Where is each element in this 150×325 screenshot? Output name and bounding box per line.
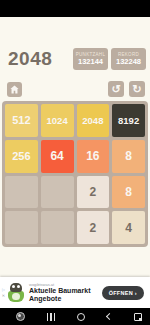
recents-icon[interactable]	[47, 313, 55, 321]
score-box: PUNKTZAHL 132144	[73, 48, 108, 70]
tile-4: 4	[112, 211, 145, 244]
ad-headline: Aktuelle Baumarkt Angebote	[29, 287, 93, 303]
board[interactable]: 512102420488192256641682824	[2, 101, 148, 247]
tile-256: 256	[5, 140, 38, 173]
tile-16: 16	[77, 140, 110, 173]
restart-button[interactable]: ↻	[129, 81, 145, 97]
ad-open-button[interactable]: ÖFFNEN ›	[102, 286, 144, 300]
screen: 2048 PUNKTZAHL 132144 REKORD 132248 ↺ ↻ …	[0, 0, 150, 325]
empty-cell	[41, 176, 74, 209]
ad-text-block: wogibtswas.at Aktuelle Baumarkt Angebote	[29, 282, 93, 303]
owl-eye	[17, 285, 20, 288]
toolbar: ↺ ↻	[7, 81, 145, 97]
owl-mascot-belly	[12, 293, 20, 300]
empty-cell	[5, 211, 38, 244]
status-bar	[0, 0, 150, 17]
tile-2: 2	[77, 211, 110, 244]
best-score-box: REKORD 132248	[111, 48, 146, 70]
best-score-value: 132248	[116, 57, 141, 66]
app-title: 2048	[8, 48, 52, 70]
owl-mascot-head	[10, 283, 22, 292]
undo-icon: ↺	[111, 81, 120, 97]
android-nav-bar	[0, 308, 150, 325]
ad-close-icon[interactable]: ✕	[2, 294, 5, 298]
score-value: 132144	[78, 57, 103, 66]
back-icon[interactable]	[106, 313, 113, 320]
owl-eye	[12, 285, 15, 288]
screenshot-icon[interactable]	[134, 313, 142, 321]
header: 2048 PUNKTZAHL 132144 REKORD 132248	[8, 48, 146, 70]
adchoices-icon[interactable]: ▷	[2, 288, 5, 292]
advertiser-logo	[7, 283, 25, 303]
tile-8: 8	[112, 140, 145, 173]
tile-64: 64	[41, 140, 74, 173]
nav-home-icon[interactable]	[77, 313, 85, 321]
tile-2048: 2048	[77, 104, 110, 137]
score-panel: PUNKTZAHL 132144 REKORD 132248	[73, 48, 146, 70]
empty-cell	[41, 211, 74, 244]
restart-icon: ↻	[132, 81, 141, 97]
home-icon	[10, 85, 19, 94]
empty-cell	[5, 176, 38, 209]
floating-shortcut-icon[interactable]	[16, 312, 25, 321]
tile-8192: 8192	[112, 104, 145, 137]
tile-2: 2	[77, 176, 110, 209]
home-button[interactable]	[7, 82, 22, 97]
ad-controls: ▷ ✕	[0, 277, 7, 308]
toolbar-right: ↺ ↻	[108, 81, 145, 97]
ad-banner[interactable]: ▷ ✕ wogibtswas.at Aktuelle Baumarkt Ange…	[0, 277, 150, 308]
tile-512: 512	[5, 104, 38, 137]
tile-8: 8	[112, 176, 145, 209]
undo-button[interactable]: ↺	[108, 81, 124, 97]
tile-1024: 1024	[41, 104, 74, 137]
